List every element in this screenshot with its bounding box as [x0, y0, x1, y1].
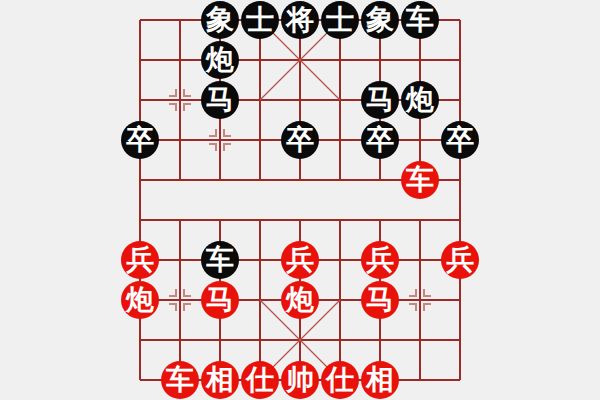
piece-red-soldier[interactable]: 兵: [361, 241, 399, 279]
piece-red-soldier[interactable]: 兵: [441, 241, 479, 279]
xiangqi-board-screenshot: 象士将士象车炮马马炮卒卒卒卒车兵车兵兵兵炮马炮马车相仕帅仕相: [0, 0, 600, 400]
piece-red-elephant[interactable]: 相: [361, 361, 399, 399]
piece-black-cannon[interactable]: 炮: [201, 41, 239, 79]
piece-red-chariot[interactable]: 车: [161, 361, 199, 399]
piece-black-advisor[interactable]: 士: [241, 1, 279, 39]
piece-black-general[interactable]: 将: [281, 1, 319, 39]
piece-black-cannon[interactable]: 炮: [401, 81, 439, 119]
piece-red-general[interactable]: 帅: [281, 361, 319, 399]
piece-black-chariot[interactable]: 车: [201, 241, 239, 279]
piece-black-horse[interactable]: 马: [361, 81, 399, 119]
piece-black-chariot[interactable]: 车: [401, 1, 439, 39]
piece-red-soldier[interactable]: 兵: [281, 241, 319, 279]
piece-red-cannon[interactable]: 炮: [121, 281, 159, 319]
piece-black-horse[interactable]: 马: [201, 81, 239, 119]
piece-black-soldier[interactable]: 卒: [121, 121, 159, 159]
piece-black-soldier[interactable]: 卒: [441, 121, 479, 159]
piece-red-horse[interactable]: 马: [361, 281, 399, 319]
piece-red-chariot[interactable]: 车: [401, 161, 439, 199]
piece-black-elephant[interactable]: 象: [361, 1, 399, 39]
piece-black-soldier[interactable]: 卒: [281, 121, 319, 159]
piece-black-elephant[interactable]: 象: [201, 1, 239, 39]
piece-red-cannon[interactable]: 炮: [281, 281, 319, 319]
piece-red-advisor[interactable]: 仕: [321, 361, 359, 399]
piece-red-soldier[interactable]: 兵: [121, 241, 159, 279]
piece-black-soldier[interactable]: 卒: [361, 121, 399, 159]
piece-red-horse[interactable]: 马: [201, 281, 239, 319]
xiangqi-board[interactable]: 象士将士象车炮马马炮卒卒卒卒车兵车兵兵兵炮马炮马车相仕帅仕相: [120, 0, 480, 400]
piece-red-advisor[interactable]: 仕: [241, 361, 279, 399]
piece-red-elephant[interactable]: 相: [201, 361, 239, 399]
piece-black-advisor[interactable]: 士: [321, 1, 359, 39]
